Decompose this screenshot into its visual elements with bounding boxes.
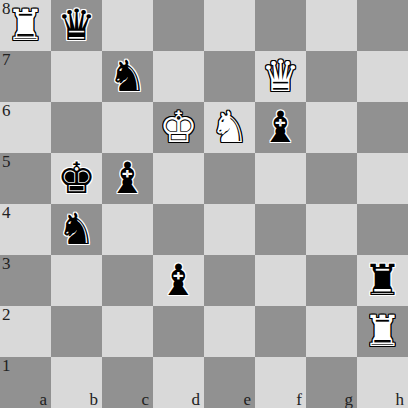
square-d8[interactable] xyxy=(153,0,204,51)
black-queen-b8-piece[interactable]: ♛ xyxy=(51,0,102,51)
square-c2[interactable] xyxy=(102,306,153,357)
square-a3[interactable]: 3 xyxy=(0,255,51,306)
file-label-a: a xyxy=(39,392,47,408)
rank-label-1: 1 xyxy=(2,357,11,375)
square-f3[interactable] xyxy=(255,255,306,306)
white-knight-e6-piece[interactable]: ♞ xyxy=(204,102,255,153)
square-a2[interactable]: 2 xyxy=(0,306,51,357)
square-g2[interactable] xyxy=(306,306,357,357)
square-h7[interactable] xyxy=(357,51,408,102)
square-e3[interactable] xyxy=(204,255,255,306)
black-bishop-c5-piece[interactable]: ♝ xyxy=(102,153,153,204)
square-g7[interactable] xyxy=(306,51,357,102)
black-knight-c7-piece[interactable]: ♞ xyxy=(102,51,153,102)
square-c1[interactable]: c xyxy=(102,357,153,408)
file-label-b: b xyxy=(90,392,99,408)
square-e7[interactable] xyxy=(204,51,255,102)
square-f8[interactable] xyxy=(255,0,306,51)
square-b6[interactable] xyxy=(51,102,102,153)
white-queen-f7-piece[interactable]: ♛ xyxy=(255,51,306,102)
black-bishop-f6-piece[interactable]: ♝ xyxy=(255,102,306,153)
square-d3[interactable]: ♝ xyxy=(153,255,204,306)
square-d6[interactable]: ♚ xyxy=(153,102,204,153)
square-c5[interactable]: ♝ xyxy=(102,153,153,204)
square-g6[interactable] xyxy=(306,102,357,153)
square-b3[interactable] xyxy=(51,255,102,306)
square-d4[interactable] xyxy=(153,204,204,255)
rank-label-4: 4 xyxy=(2,204,11,222)
square-g5[interactable] xyxy=(306,153,357,204)
file-label-e: e xyxy=(243,392,251,408)
square-c6[interactable] xyxy=(102,102,153,153)
square-h8[interactable] xyxy=(357,0,408,51)
rank-label-6: 6 xyxy=(2,102,11,120)
file-label-c: c xyxy=(141,392,149,408)
square-e5[interactable] xyxy=(204,153,255,204)
square-c3[interactable] xyxy=(102,255,153,306)
square-c8[interactable] xyxy=(102,0,153,51)
square-d5[interactable] xyxy=(153,153,204,204)
square-b4[interactable]: ♞ xyxy=(51,204,102,255)
black-bishop-d3-piece[interactable]: ♝ xyxy=(153,255,204,306)
square-d1[interactable]: d xyxy=(153,357,204,408)
square-f2[interactable] xyxy=(255,306,306,357)
square-d7[interactable] xyxy=(153,51,204,102)
square-b1[interactable]: b xyxy=(51,357,102,408)
square-h4[interactable] xyxy=(357,204,408,255)
chessboard: 8♜♛7♞♛6♚♞♝5♚♝4♞3♝♜2♜1abcdefgh xyxy=(0,0,408,408)
square-h5[interactable] xyxy=(357,153,408,204)
square-h6[interactable] xyxy=(357,102,408,153)
square-g3[interactable] xyxy=(306,255,357,306)
square-c4[interactable] xyxy=(102,204,153,255)
square-e6[interactable]: ♞ xyxy=(204,102,255,153)
square-b8[interactable]: ♛ xyxy=(51,0,102,51)
file-label-f: f xyxy=(296,392,302,408)
square-h1[interactable]: h xyxy=(357,357,408,408)
square-c7[interactable]: ♞ xyxy=(102,51,153,102)
square-e8[interactable] xyxy=(204,0,255,51)
white-rook-h2-piece[interactable]: ♜ xyxy=(357,306,408,357)
rank-label-3: 3 xyxy=(2,255,11,273)
square-g4[interactable] xyxy=(306,204,357,255)
square-e4[interactable] xyxy=(204,204,255,255)
white-rook-a8-piece[interactable]: ♜ xyxy=(0,0,51,51)
square-a7[interactable]: 7 xyxy=(0,51,51,102)
square-e1[interactable]: e xyxy=(204,357,255,408)
square-a4[interactable]: 4 xyxy=(0,204,51,255)
square-a1[interactable]: 1a xyxy=(0,357,51,408)
rank-label-5: 5 xyxy=(2,153,11,171)
square-g1[interactable]: g xyxy=(306,357,357,408)
file-label-h: h xyxy=(396,392,405,408)
black-king-b5-piece[interactable]: ♚ xyxy=(51,153,102,204)
black-rook-h3-piece[interactable]: ♜ xyxy=(357,255,408,306)
square-f6[interactable]: ♝ xyxy=(255,102,306,153)
square-f1[interactable]: f xyxy=(255,357,306,408)
square-b5[interactable]: ♚ xyxy=(51,153,102,204)
square-b2[interactable] xyxy=(51,306,102,357)
square-f5[interactable] xyxy=(255,153,306,204)
file-label-d: d xyxy=(192,392,201,408)
file-label-g: g xyxy=(345,392,354,408)
square-d2[interactable] xyxy=(153,306,204,357)
square-f7[interactable]: ♛ xyxy=(255,51,306,102)
square-g8[interactable] xyxy=(306,0,357,51)
square-b7[interactable] xyxy=(51,51,102,102)
rank-label-2: 2 xyxy=(2,306,11,324)
square-e2[interactable] xyxy=(204,306,255,357)
black-knight-b4-piece[interactable]: ♞ xyxy=(51,204,102,255)
rank-label-7: 7 xyxy=(2,51,11,69)
square-h2[interactable]: ♜ xyxy=(357,306,408,357)
square-f4[interactable] xyxy=(255,204,306,255)
square-h3[interactable]: ♜ xyxy=(357,255,408,306)
white-king-d6-piece[interactable]: ♚ xyxy=(153,102,204,153)
square-a6[interactable]: 6 xyxy=(0,102,51,153)
square-a5[interactable]: 5 xyxy=(0,153,51,204)
square-a8[interactable]: 8♜ xyxy=(0,0,51,51)
